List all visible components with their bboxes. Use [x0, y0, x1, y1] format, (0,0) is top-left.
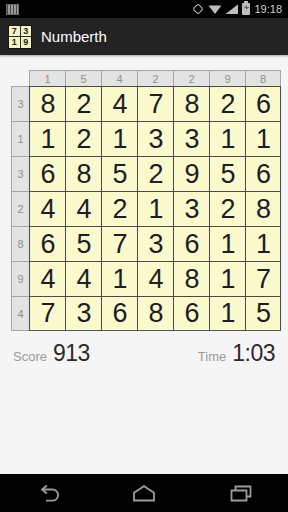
col-header: 5	[65, 70, 101, 86]
time-label: Time	[198, 349, 226, 364]
board-cell[interactable]: 1	[245, 226, 281, 261]
board-cell[interactable]: 7	[29, 296, 65, 331]
recents-icon	[227, 484, 253, 502]
row-header: 9	[11, 261, 29, 296]
board-cell[interactable]: 1	[101, 261, 137, 296]
board-cell[interactable]: 8	[173, 261, 209, 296]
time-stat: Time 1:03	[198, 340, 275, 367]
board-cell[interactable]: 1	[209, 261, 245, 296]
score-value: 913	[53, 340, 90, 367]
row-header: 2	[11, 191, 29, 226]
app-logo-digit: 9	[21, 37, 32, 48]
col-header: 4	[101, 70, 137, 86]
col-header: 2	[173, 70, 209, 86]
board-cell[interactable]: 6	[245, 156, 281, 191]
board-cell[interactable]: 1	[29, 121, 65, 156]
recents-button[interactable]	[192, 474, 288, 512]
board-cell[interactable]: 5	[65, 226, 101, 261]
app-logo-digit: 7	[9, 26, 20, 37]
back-button[interactable]	[0, 474, 96, 512]
back-icon	[35, 484, 61, 502]
row-header: 1	[11, 121, 29, 156]
board-cell[interactable]: 3	[173, 191, 209, 226]
board-cell[interactable]: 1	[209, 121, 245, 156]
col-header: 9	[209, 70, 245, 86]
status-bar: 19:18	[0, 0, 288, 18]
board-cell[interactable]: 4	[101, 86, 137, 121]
board-cell[interactable]: 3	[65, 296, 101, 331]
board: 1542298382478261121331136852956244213288…	[11, 70, 288, 331]
board-cell[interactable]: 2	[209, 191, 245, 226]
home-icon	[130, 484, 158, 502]
board-cell[interactable]: 5	[209, 156, 245, 191]
score-time-row: Score 913 Time 1:03	[0, 340, 288, 367]
board-cell[interactable]: 5	[245, 296, 281, 331]
score-label: Score	[13, 349, 47, 364]
app-logo-icon: 7 3 1 9	[8, 25, 32, 49]
board-area: 1542298382478261121331136852956244213288…	[0, 55, 288, 331]
col-header: 8	[245, 70, 281, 86]
board-cell[interactable]: 6	[173, 226, 209, 261]
signal-icon	[225, 4, 238, 14]
board-cell[interactable]: 2	[137, 156, 173, 191]
app-title: Numberth	[41, 28, 107, 45]
row-header: 3	[11, 86, 29, 121]
board-cell[interactable]: 1	[137, 191, 173, 226]
app-logo-digit: 1	[9, 37, 20, 48]
board-cell[interactable]: 8	[29, 86, 65, 121]
row-header: 8	[11, 226, 29, 261]
board-cell[interactable]: 3	[137, 226, 173, 261]
col-header: 2	[137, 70, 173, 86]
board-cell[interactable]: 7	[245, 261, 281, 296]
board-cell[interactable]: 8	[173, 86, 209, 121]
board-cell[interactable]: 6	[29, 156, 65, 191]
board-corner	[11, 70, 29, 86]
board-cell[interactable]: 8	[65, 156, 101, 191]
board-cell[interactable]: 5	[101, 156, 137, 191]
home-button[interactable]	[96, 474, 192, 512]
board-cell[interactable]: 9	[173, 156, 209, 191]
app-logo-digit: 3	[21, 26, 32, 37]
board-cell[interactable]: 6	[29, 226, 65, 261]
board-cell[interactable]: 6	[101, 296, 137, 331]
board-cell[interactable]: 2	[65, 121, 101, 156]
board-cell[interactable]: 4	[65, 191, 101, 226]
board-cell[interactable]: 1	[209, 296, 245, 331]
board-cell[interactable]: 6	[173, 296, 209, 331]
row-header: 4	[11, 296, 29, 331]
notification-stripes-icon	[6, 4, 19, 15]
score-stat: Score 913	[13, 340, 90, 367]
wifi-icon	[208, 4, 221, 14]
board-cell[interactable]: 1	[245, 121, 281, 156]
app-bar: 7 3 1 9 Numberth	[0, 18, 288, 55]
time-value: 1:03	[232, 340, 275, 367]
board-cell[interactable]: 3	[173, 121, 209, 156]
board-cell[interactable]: 4	[65, 261, 101, 296]
board-cell[interactable]: 4	[137, 261, 173, 296]
board-cell[interactable]: 4	[29, 191, 65, 226]
board-cell[interactable]: 6	[245, 86, 281, 121]
board-cell[interactable]: 7	[101, 226, 137, 261]
board-cell[interactable]: 1	[101, 121, 137, 156]
board-cell[interactable]: 8	[137, 296, 173, 331]
status-time: 19:18	[254, 0, 282, 18]
board-cell[interactable]: 2	[209, 86, 245, 121]
navigation-bar	[0, 474, 288, 512]
board-cell[interactable]: 2	[101, 191, 137, 226]
board-cell[interactable]: 3	[137, 121, 173, 156]
board-cell[interactable]: 7	[137, 86, 173, 121]
row-header: 3	[11, 156, 29, 191]
board-cell[interactable]: 4	[29, 261, 65, 296]
board-cell[interactable]: 8	[245, 191, 281, 226]
board-cell[interactable]: 1	[209, 226, 245, 261]
board-cell[interactable]: 2	[65, 86, 101, 121]
col-header: 1	[29, 70, 65, 86]
screen-rotation-icon	[193, 3, 204, 14]
battery-icon	[242, 3, 250, 15]
